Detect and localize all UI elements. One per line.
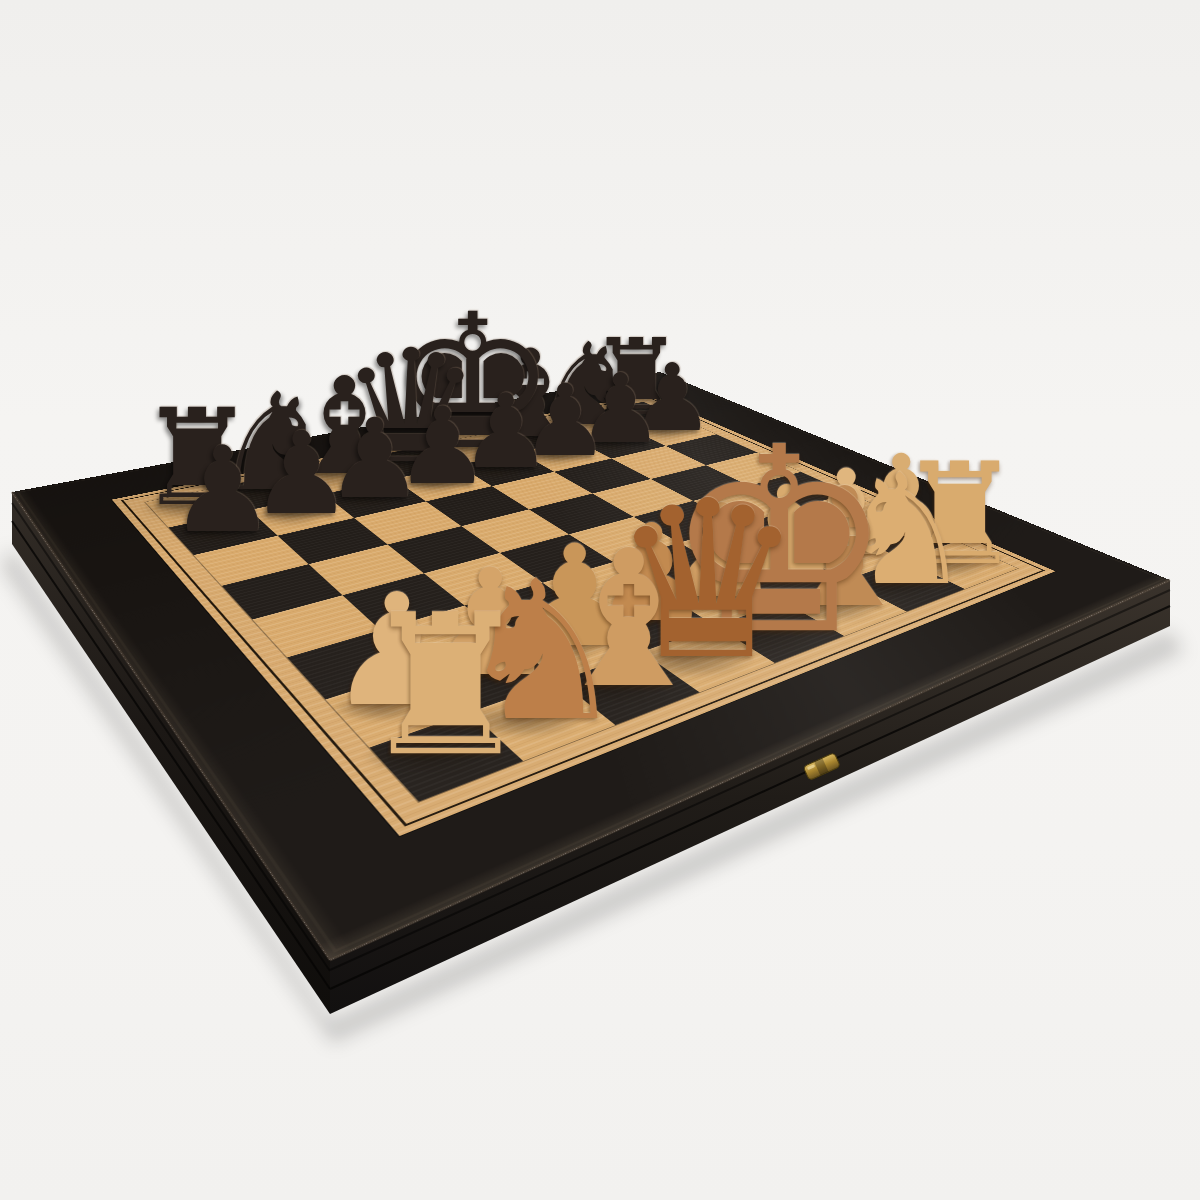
piece-black-pawn-a7[interactable]: ♟ <box>169 431 275 550</box>
pieces-layer: ♜♞♝♛♚♝♞♜♟♟♟♟♟♟♟♟♟♟♟♟♟♟♟♟♜♞♝♛♚♝♞♜ <box>0 0 1200 1200</box>
piece-white-rook-a1[interactable]: ♜ <box>358 589 532 783</box>
scene: ♜♞♝♛♚♝♞♜♟♟♟♟♟♟♟♟♟♟♟♟♟♟♟♟♜♞♝♛♚♝♞♜ <box>0 0 1200 1200</box>
